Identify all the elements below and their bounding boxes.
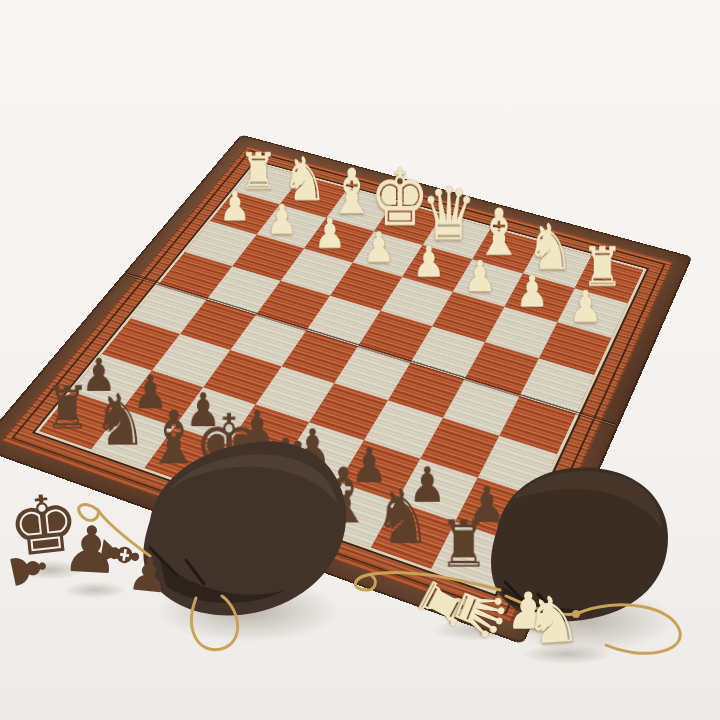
piece-wP-d2[interactable]: ♟ (412, 241, 444, 283)
product-photo-scene: ♜♞♝♚♛♝♞♜♟♟♟♟♟♟♟♟♟♟♟♟♟♟♟♟♜♞♝♚♛♝♞♜ (0, 0, 720, 720)
board-grid: ♜♞♝♚♛♝♞♜♟♟♟♟♟♟♟♟♟♟♟♟♟♟♟♟♜♞♝♚♛♝♞♜ (39, 163, 643, 590)
piece-bN-b8[interactable]: ♞ (373, 480, 431, 556)
piece-wP-b2[interactable]: ♟ (515, 270, 548, 313)
board-playing-area: ♜♞♝♚♛♝♞♜♟♟♟♟♟♟♟♟♟♟♟♟♟♟♟♟♜♞♝♚♛♝♞♜ (39, 163, 643, 590)
pouch-piece-knight[interactable]: ♞ (522, 586, 584, 654)
bag-fold (160, 560, 286, 603)
piece-wP-g2[interactable]: ♟ (266, 199, 297, 240)
piece-bR-a8[interactable]: ♜ (438, 512, 488, 577)
drawstring-cord-loop (192, 596, 238, 650)
piece-wP-a2[interactable]: ♟ (568, 285, 602, 328)
piece-bR-h8[interactable]: ♜ (44, 378, 90, 438)
pouch-piece-pawn[interactable]: ♟ (2, 544, 56, 594)
piece-wP-c2[interactable]: ♟ (463, 255, 496, 298)
piece-bN-g8[interactable]: ♞ (92, 385, 147, 456)
piece-wP-f2[interactable]: ♟ (314, 213, 346, 254)
piece-wP-h2[interactable]: ♟ (219, 186, 250, 226)
piece-bQ-d8[interactable]: ♛ (251, 427, 318, 514)
square-g4[interactable] (207, 266, 281, 314)
pouch-piece-pawn[interactable]: ♟ (126, 550, 172, 600)
piece-wP-e2[interactable]: ♟ (362, 226, 394, 268)
piece-bB-c8[interactable]: ♝ (313, 458, 372, 535)
